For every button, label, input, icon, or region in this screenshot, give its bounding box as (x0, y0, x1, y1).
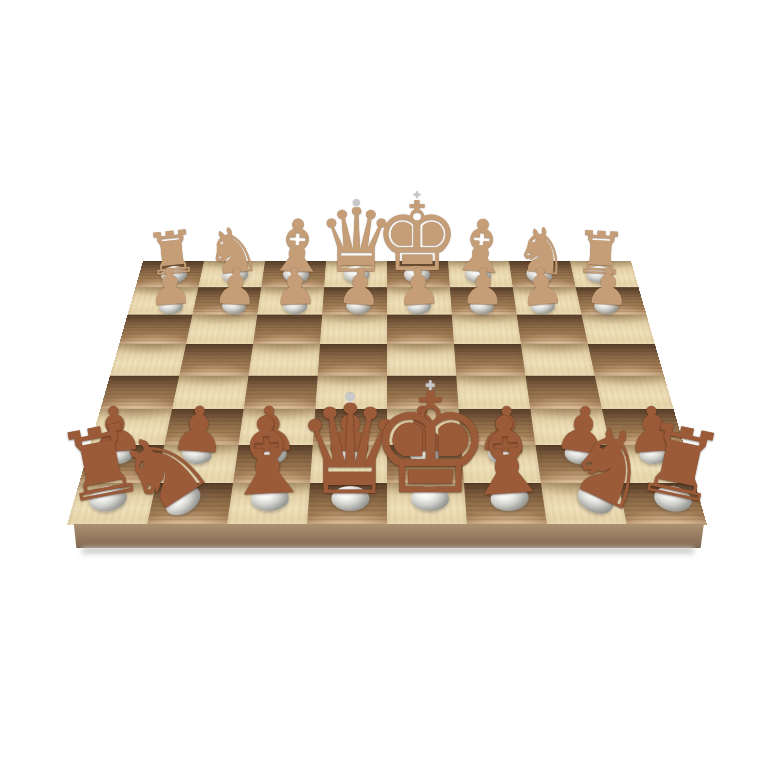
square-r1c5[interactable] (450, 287, 517, 315)
square-r0c4[interactable] (387, 261, 450, 287)
square-r2c2[interactable] (253, 315, 322, 344)
square-r4c4[interactable] (387, 375, 459, 408)
square-r7c3[interactable] (307, 483, 387, 525)
square-r0c1[interactable] (198, 261, 265, 287)
square-r6c4[interactable] (387, 445, 464, 484)
square-r6c7[interactable] (610, 445, 695, 484)
square-r7c6[interactable] (541, 483, 627, 525)
board-drop-shadow (82, 547, 694, 554)
square-r4c3[interactable] (315, 375, 387, 408)
square-r2c5[interactable] (452, 315, 521, 344)
square-r5c3[interactable] (313, 409, 387, 445)
square-r7c1[interactable] (147, 483, 233, 525)
square-r0c2[interactable] (261, 261, 326, 287)
square-r7c4[interactable] (387, 483, 467, 525)
square-r0c7[interactable] (570, 261, 638, 287)
chess-board (67, 261, 707, 525)
square-r5c4[interactable] (387, 409, 461, 445)
square-r3c7[interactable] (588, 344, 664, 375)
square-r4c5[interactable] (456, 375, 530, 408)
square-r5c0[interactable] (90, 409, 172, 445)
square-r1c2[interactable] (257, 287, 324, 315)
square-r7c2[interactable] (227, 483, 310, 525)
cross-finial-icon: ✚ (413, 191, 421, 200)
square-r3c4[interactable] (387, 344, 456, 375)
square-r5c5[interactable] (459, 409, 536, 445)
square-r1c4[interactable] (387, 287, 452, 315)
square-r4c1[interactable] (172, 375, 248, 408)
square-r1c3[interactable] (322, 287, 387, 315)
square-r6c0[interactable] (79, 445, 164, 484)
square-r1c7[interactable] (576, 287, 647, 315)
square-r3c5[interactable] (454, 344, 525, 375)
board-front-edge (70, 524, 707, 548)
square-r5c6[interactable] (530, 409, 609, 445)
square-r4c0[interactable] (100, 375, 179, 408)
square-r2c7[interactable] (582, 315, 655, 344)
square-r6c6[interactable] (535, 445, 618, 484)
square-r5c1[interactable] (164, 409, 243, 445)
square-r3c6[interactable] (521, 344, 595, 375)
square-r7c7[interactable] (618, 483, 707, 525)
square-r2c6[interactable] (517, 315, 588, 344)
square-r0c0[interactable] (135, 261, 203, 287)
square-r6c2[interactable] (233, 445, 313, 484)
square-r5c2[interactable] (239, 409, 316, 445)
square-r2c4[interactable] (387, 315, 454, 344)
square-r6c3[interactable] (310, 445, 387, 484)
square-r2c0[interactable] (119, 315, 192, 344)
square-r7c5[interactable] (464, 483, 547, 525)
product-photo-scene: ♜♞♝●♛✚♚♝♞♜♟♟♟♟♟♟♟♟♟♟♟♟♟♟♟♟♜♞♝●♛✚♚♝♞♜ (0, 0, 768, 768)
square-r6c1[interactable] (156, 445, 239, 484)
square-r5c7[interactable] (602, 409, 684, 445)
square-r3c1[interactable] (179, 344, 253, 375)
square-r4c6[interactable] (525, 375, 601, 408)
square-r3c3[interactable] (318, 344, 387, 375)
square-r1c6[interactable] (513, 287, 582, 315)
square-r7c0[interactable] (67, 483, 156, 525)
ball-finial-icon: ● (353, 198, 361, 207)
square-r4c2[interactable] (244, 375, 318, 408)
square-r0c3[interactable] (324, 261, 387, 287)
square-r3c2[interactable] (249, 344, 320, 375)
square-r0c5[interactable] (448, 261, 513, 287)
square-r2c3[interactable] (320, 315, 387, 344)
square-r1c1[interactable] (192, 287, 261, 315)
square-r0c6[interactable] (509, 261, 576, 287)
square-r2c1[interactable] (186, 315, 257, 344)
square-r4c7[interactable] (595, 375, 674, 408)
square-r6c5[interactable] (461, 445, 541, 484)
square-r1c0[interactable] (128, 287, 199, 315)
square-r3c0[interactable] (110, 344, 186, 375)
